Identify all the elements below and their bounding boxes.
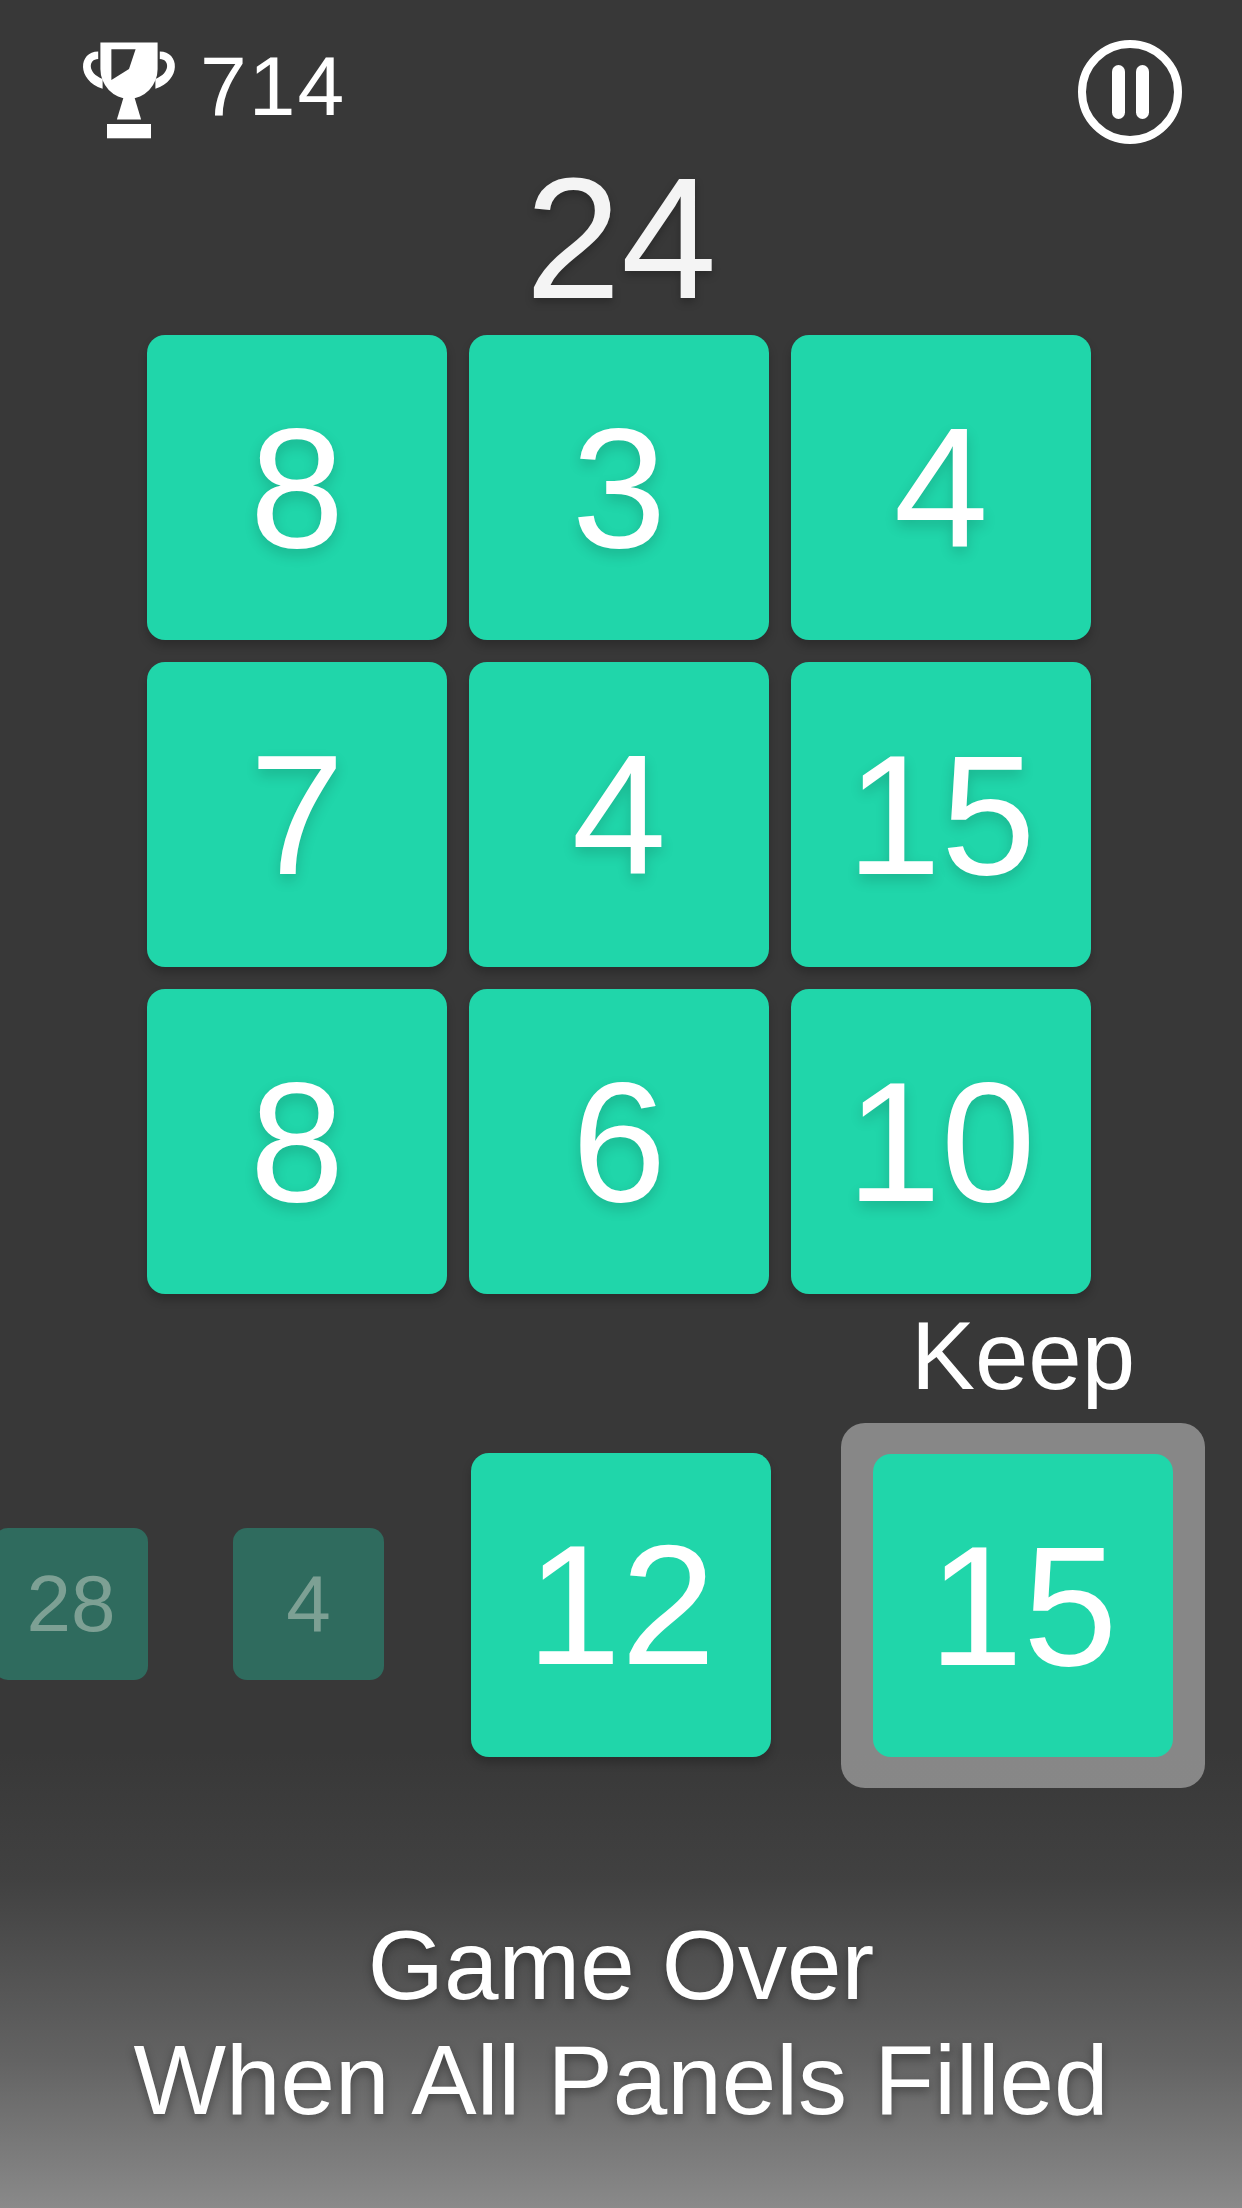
- grid-cell-r2c1[interactable]: 6: [469, 989, 769, 1294]
- cell-value: 6: [572, 1057, 667, 1227]
- cell-value: 10: [846, 1057, 1035, 1227]
- keep-tile: 15: [873, 1454, 1173, 1757]
- keep-slot[interactable]: 15: [841, 1423, 1205, 1788]
- footer-line-1: Game Over: [0, 1908, 1242, 2023]
- queue-tile-active[interactable]: 12: [471, 1453, 771, 1757]
- cell-value: 7: [250, 730, 345, 900]
- cell-value: 8: [250, 1057, 345, 1227]
- cell-value: 4: [894, 403, 989, 573]
- footer-line-2: When All Panels Filled: [0, 2023, 1242, 2138]
- footer-message: Game Over When All Panels Filled: [0, 1908, 1242, 2138]
- queue-tile-value: 4: [286, 1564, 331, 1644]
- grid-cell-r1c1[interactable]: 4: [469, 662, 769, 967]
- keep-label: Keep: [841, 1303, 1205, 1409]
- queue-tile-value: 12: [526, 1520, 715, 1690]
- grid-cell-r2c0[interactable]: 8: [147, 989, 447, 1294]
- cell-value: 8: [250, 403, 345, 573]
- keep-tile-value: 15: [928, 1521, 1117, 1691]
- grid-cell-r0c0[interactable]: 8: [147, 335, 447, 640]
- cell-value: 4: [572, 730, 667, 900]
- grid-cell-r0c2[interactable]: 4: [791, 335, 1091, 640]
- cell-value: 3: [572, 403, 667, 573]
- pause-button[interactable]: [1078, 40, 1182, 144]
- grid-cell-r1c2[interactable]: 15: [791, 662, 1091, 967]
- grid-cell-r0c1[interactable]: 3: [469, 335, 769, 640]
- grid-cell-r2c2[interactable]: 10: [791, 989, 1091, 1294]
- panel-grid: 8 3 4 7 4 15 8 6 10: [147, 335, 1091, 1294]
- target-number: 24: [0, 152, 1242, 324]
- queue-tile-spent-2: 4: [233, 1528, 384, 1680]
- queue-tile-spent-1: 28: [0, 1528, 148, 1680]
- pause-icon: [1112, 65, 1125, 119]
- trophy-icon: [74, 36, 184, 146]
- queue-tile-value: 28: [27, 1564, 116, 1644]
- grid-cell-r1c0[interactable]: 7: [147, 662, 447, 967]
- score-value: 714: [200, 44, 346, 128]
- game-screen: 714 24 8 3 4 7 4 15 8 6 10 Keep 15 28 4 …: [0, 0, 1242, 2208]
- cell-value: 15: [846, 730, 1035, 900]
- pause-icon: [1136, 65, 1149, 119]
